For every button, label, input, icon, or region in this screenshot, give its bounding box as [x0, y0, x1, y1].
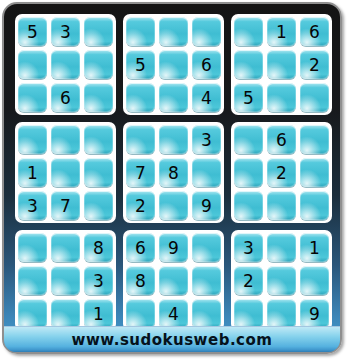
cell-r1c7[interactable]	[234, 17, 263, 46]
cell-r7c4[interactable]: 6	[126, 233, 155, 262]
block-2-3: 62	[231, 122, 332, 223]
cell-r5c1[interactable]: 1	[18, 158, 47, 187]
cell-r4c4[interactable]	[126, 125, 155, 154]
cell-r8c9[interactable]	[300, 266, 329, 295]
cell-r7c7[interactable]: 3	[234, 233, 263, 262]
cell-r3c2[interactable]: 6	[51, 83, 80, 112]
cell-r5c4[interactable]: 7	[126, 158, 155, 187]
cell-r6c7[interactable]	[234, 191, 263, 220]
cell-r7c8[interactable]	[267, 233, 296, 262]
cell-r2c1[interactable]	[18, 50, 47, 79]
cell-r4c2[interactable]	[51, 125, 80, 154]
cell-r7c9[interactable]: 1	[300, 233, 329, 262]
cell-r3c5[interactable]	[159, 83, 188, 112]
cell-r2c5[interactable]	[159, 50, 188, 79]
cell-r6c6[interactable]: 9	[192, 191, 221, 220]
block-2-1: 137	[15, 122, 116, 223]
cell-r1c1[interactable]: 5	[18, 17, 47, 46]
cell-r4c5[interactable]	[159, 125, 188, 154]
cell-r4c6[interactable]: 3	[192, 125, 221, 154]
cell-r3c6[interactable]: 4	[192, 83, 221, 112]
cell-r3c9[interactable]	[300, 83, 329, 112]
cell-r8c6[interactable]	[192, 266, 221, 295]
cell-r2c9[interactable]: 2	[300, 50, 329, 79]
footer-url: www.sudokusweb.com	[72, 331, 273, 349]
cell-r6c8[interactable]	[267, 191, 296, 220]
cell-r3c8[interactable]	[267, 83, 296, 112]
cell-r8c1[interactable]	[18, 266, 47, 295]
cell-r8c7[interactable]: 2	[234, 266, 263, 295]
cell-r9c8[interactable]	[267, 299, 296, 328]
cell-r1c4[interactable]	[126, 17, 155, 46]
block-1-3: 1625	[231, 14, 332, 115]
cell-r2c4[interactable]: 5	[126, 50, 155, 79]
cell-r5c3[interactable]	[84, 158, 113, 187]
sudoku-board: 5365641625137378296283169843129 www.sudo…	[2, 2, 342, 354]
cell-r4c7[interactable]	[234, 125, 263, 154]
cell-r2c6[interactable]: 6	[192, 50, 221, 79]
cell-r8c8[interactable]	[267, 266, 296, 295]
cell-r5c8[interactable]: 2	[267, 158, 296, 187]
block-1-1: 536	[15, 14, 116, 115]
cell-r7c3[interactable]: 8	[84, 233, 113, 262]
cell-r5c9[interactable]	[300, 158, 329, 187]
cell-r6c2[interactable]: 7	[51, 191, 80, 220]
cell-r3c4[interactable]	[126, 83, 155, 112]
cell-r8c5[interactable]	[159, 266, 188, 295]
cell-r7c5[interactable]: 9	[159, 233, 188, 262]
cell-r4c9[interactable]	[300, 125, 329, 154]
cell-r1c9[interactable]: 6	[300, 17, 329, 46]
cell-r4c1[interactable]	[18, 125, 47, 154]
cell-r2c3[interactable]	[84, 50, 113, 79]
cell-r8c3[interactable]: 3	[84, 266, 113, 295]
block-3-3: 3129	[231, 230, 332, 331]
cell-r7c6[interactable]	[192, 233, 221, 262]
cell-r7c1[interactable]	[18, 233, 47, 262]
cell-r9c4[interactable]	[126, 299, 155, 328]
cell-r1c2[interactable]: 3	[51, 17, 80, 46]
cell-r5c6[interactable]	[192, 158, 221, 187]
cell-r1c6[interactable]	[192, 17, 221, 46]
cell-r9c1[interactable]	[18, 299, 47, 328]
cell-r9c9[interactable]: 9	[300, 299, 329, 328]
cell-r6c9[interactable]	[300, 191, 329, 220]
cell-r4c8[interactable]: 6	[267, 125, 296, 154]
cell-r1c5[interactable]	[159, 17, 188, 46]
cell-r6c3[interactable]	[84, 191, 113, 220]
block-3-1: 831	[15, 230, 116, 331]
cell-r5c2[interactable]	[51, 158, 80, 187]
cell-r2c2[interactable]	[51, 50, 80, 79]
cell-r3c1[interactable]	[18, 83, 47, 112]
cell-r1c3[interactable]	[84, 17, 113, 46]
cell-r9c3[interactable]: 1	[84, 299, 113, 328]
cell-r4c3[interactable]	[84, 125, 113, 154]
cell-r5c7[interactable]	[234, 158, 263, 187]
cell-r1c8[interactable]: 1	[267, 17, 296, 46]
cell-r9c7[interactable]	[234, 299, 263, 328]
cell-r3c3[interactable]	[84, 83, 113, 112]
block-3-2: 6984	[123, 230, 224, 331]
cell-r5c5[interactable]: 8	[159, 158, 188, 187]
cell-r9c2[interactable]	[51, 299, 80, 328]
cell-r3c7[interactable]: 5	[234, 83, 263, 112]
cell-r2c8[interactable]	[267, 50, 296, 79]
block-1-2: 564	[123, 14, 224, 115]
cell-r6c4[interactable]: 2	[126, 191, 155, 220]
cell-r9c5[interactable]: 4	[159, 299, 188, 328]
cell-r6c1[interactable]: 3	[18, 191, 47, 220]
sudoku-grid: 5365641625137378296283169843129	[4, 4, 340, 331]
block-2-2: 37829	[123, 122, 224, 223]
footer-bar: www.sudokusweb.com	[4, 326, 340, 352]
cell-r7c2[interactable]	[51, 233, 80, 262]
cell-r9c6[interactable]	[192, 299, 221, 328]
cell-r2c7[interactable]	[234, 50, 263, 79]
cell-r6c5[interactable]	[159, 191, 188, 220]
cell-r8c4[interactable]: 8	[126, 266, 155, 295]
cell-r8c2[interactable]	[51, 266, 80, 295]
